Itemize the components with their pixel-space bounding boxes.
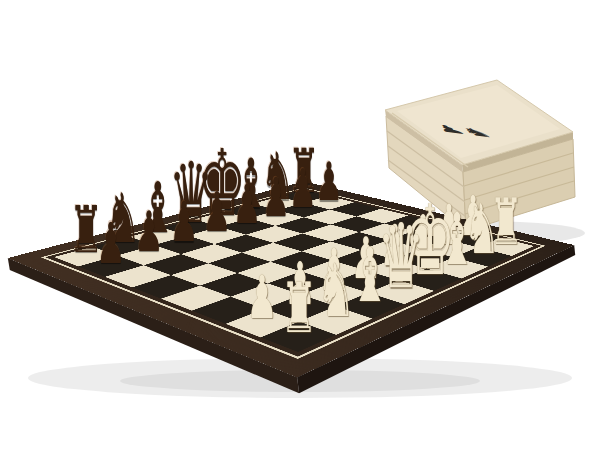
- piece-black-pawn-a7[interactable]: ♟: [96, 215, 126, 272]
- piece-black-pawn-h7[interactable]: ♟: [315, 155, 343, 208]
- piece-black-pawn-d7[interactable]: ♟: [202, 186, 231, 241]
- piece-black-pawn-f7[interactable]: ♟: [262, 170, 290, 224]
- piece-black-pawn-e7[interactable]: ♟: [233, 178, 262, 232]
- piece-black-pawn-c7[interactable]: ♟: [169, 195, 198, 250]
- piece-black-pawn-b7[interactable]: ♟: [134, 205, 164, 261]
- piece-white-bishop-c1[interactable]: ♝: [350, 239, 389, 313]
- piece-white-rook-a1[interactable]: ♜: [280, 274, 317, 344]
- piece-white-knight-b1[interactable]: ♞: [316, 255, 355, 328]
- piece-black-pawn-g7[interactable]: ♟: [289, 162, 317, 215]
- product-photo-scene: ♟♞ ♜♟♞♟♝♟♚♟♛♟♝♟♟♞♜♟♟♜♞♟♟♝♟♚♟♛♟♝♟♞♟♜: [0, 0, 600, 450]
- piece-white-pawn-a2[interactable]: ♟: [247, 269, 278, 329]
